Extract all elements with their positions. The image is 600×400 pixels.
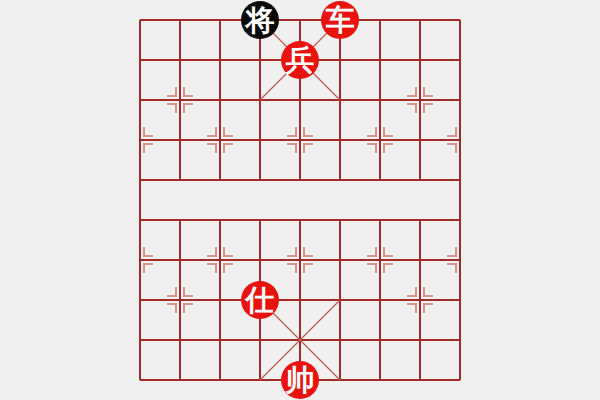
- intersection-8-6[interactable]: [440, 240, 480, 280]
- intersection-0-0[interactable]: [120, 0, 160, 40]
- intersection-0-9[interactable]: [120, 360, 160, 400]
- intersection-3-7[interactable]: 仕: [240, 280, 280, 320]
- intersection-4-1[interactable]: 兵: [280, 40, 320, 80]
- intersection-7-7[interactable]: [400, 280, 440, 320]
- intersection-3-4[interactable]: [240, 160, 280, 200]
- intersection-6-4[interactable]: [360, 160, 400, 200]
- intersection-5-9[interactable]: [320, 360, 360, 400]
- intersection-7-9[interactable]: [400, 360, 440, 400]
- intersection-0-2[interactable]: [120, 80, 160, 120]
- intersection-1-2[interactable]: [160, 80, 200, 120]
- intersection-1-6[interactable]: [160, 240, 200, 280]
- intersection-8-5[interactable]: [440, 200, 480, 240]
- intersection-2-5[interactable]: [200, 200, 240, 240]
- intersection-6-6[interactable]: [360, 240, 400, 280]
- intersection-2-4[interactable]: [200, 160, 240, 200]
- intersection-4-9[interactable]: 帅: [280, 360, 320, 400]
- piece-red-general[interactable]: 帅: [281, 361, 319, 399]
- intersection-6-3[interactable]: [360, 120, 400, 160]
- intersection-7-4[interactable]: [400, 160, 440, 200]
- intersection-8-0[interactable]: [440, 0, 480, 40]
- intersection-6-8[interactable]: [360, 320, 400, 360]
- intersection-0-8[interactable]: [120, 320, 160, 360]
- intersection-8-2[interactable]: [440, 80, 480, 120]
- intersection-4-4[interactable]: [280, 160, 320, 200]
- intersection-7-5[interactable]: [400, 200, 440, 240]
- intersection-7-0[interactable]: [400, 0, 440, 40]
- intersection-2-0[interactable]: [200, 0, 240, 40]
- intersection-5-7[interactable]: [320, 280, 360, 320]
- piece-red-chariot[interactable]: 车: [321, 1, 359, 39]
- intersection-2-3[interactable]: [200, 120, 240, 160]
- intersection-4-3[interactable]: [280, 120, 320, 160]
- intersection-6-0[interactable]: [360, 0, 400, 40]
- intersection-4-6[interactable]: [280, 240, 320, 280]
- intersection-4-0[interactable]: [280, 0, 320, 40]
- piece-red-soldier[interactable]: 兵: [281, 41, 319, 79]
- intersection-2-6[interactable]: [200, 240, 240, 280]
- intersection-4-5[interactable]: [280, 200, 320, 240]
- intersection-5-4[interactable]: [320, 160, 360, 200]
- intersection-3-8[interactable]: [240, 320, 280, 360]
- intersection-2-9[interactable]: [200, 360, 240, 400]
- intersection-3-0[interactable]: 将: [240, 0, 280, 40]
- piece-black-general[interactable]: 将: [241, 1, 279, 39]
- intersection-7-6[interactable]: [400, 240, 440, 280]
- board-grid: 将车兵仕帅: [120, 0, 480, 400]
- intersection-3-5[interactable]: [240, 200, 280, 240]
- intersection-4-2[interactable]: [280, 80, 320, 120]
- intersection-5-0[interactable]: 车: [320, 0, 360, 40]
- intersection-6-9[interactable]: [360, 360, 400, 400]
- intersection-3-2[interactable]: [240, 80, 280, 120]
- intersection-1-3[interactable]: [160, 120, 200, 160]
- intersection-1-5[interactable]: [160, 200, 200, 240]
- intersection-0-4[interactable]: [120, 160, 160, 200]
- intersection-5-8[interactable]: [320, 320, 360, 360]
- intersection-1-7[interactable]: [160, 280, 200, 320]
- intersection-8-9[interactable]: [440, 360, 480, 400]
- intersection-2-8[interactable]: [200, 320, 240, 360]
- intersection-3-6[interactable]: [240, 240, 280, 280]
- intersection-7-1[interactable]: [400, 40, 440, 80]
- intersection-8-3[interactable]: [440, 120, 480, 160]
- intersection-6-7[interactable]: [360, 280, 400, 320]
- intersection-1-1[interactable]: [160, 40, 200, 80]
- intersection-1-9[interactable]: [160, 360, 200, 400]
- intersection-3-1[interactable]: [240, 40, 280, 80]
- intersection-0-1[interactable]: [120, 40, 160, 80]
- intersection-6-2[interactable]: [360, 80, 400, 120]
- xiangqi-board: 将车兵仕帅: [0, 0, 600, 400]
- intersection-0-3[interactable]: [120, 120, 160, 160]
- intersection-4-7[interactable]: [280, 280, 320, 320]
- intersection-3-3[interactable]: [240, 120, 280, 160]
- intersection-4-8[interactable]: [280, 320, 320, 360]
- intersection-5-5[interactable]: [320, 200, 360, 240]
- intersection-6-1[interactable]: [360, 40, 400, 80]
- intersection-0-5[interactable]: [120, 200, 160, 240]
- intersection-2-7[interactable]: [200, 280, 240, 320]
- intersection-3-9[interactable]: [240, 360, 280, 400]
- intersection-8-4[interactable]: [440, 160, 480, 200]
- piece-red-advisor[interactable]: 仕: [241, 281, 279, 319]
- intersection-6-5[interactable]: [360, 200, 400, 240]
- intersection-8-7[interactable]: [440, 280, 480, 320]
- intersection-0-6[interactable]: [120, 240, 160, 280]
- intersection-1-0[interactable]: [160, 0, 200, 40]
- intersection-7-3[interactable]: [400, 120, 440, 160]
- intersection-7-2[interactable]: [400, 80, 440, 120]
- intersection-8-1[interactable]: [440, 40, 480, 80]
- intersection-5-6[interactable]: [320, 240, 360, 280]
- intersection-7-8[interactable]: [400, 320, 440, 360]
- intersection-2-1[interactable]: [200, 40, 240, 80]
- intersection-1-8[interactable]: [160, 320, 200, 360]
- intersection-5-1[interactable]: [320, 40, 360, 80]
- intersection-0-7[interactable]: [120, 280, 160, 320]
- intersection-8-8[interactable]: [440, 320, 480, 360]
- intersection-5-3[interactable]: [320, 120, 360, 160]
- intersection-5-2[interactable]: [320, 80, 360, 120]
- intersection-2-2[interactable]: [200, 80, 240, 120]
- intersection-1-4[interactable]: [160, 160, 200, 200]
